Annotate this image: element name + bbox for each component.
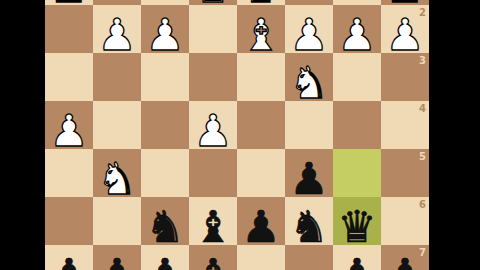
chessboard-screenshot: 234567♜♛♚♜♟♟♟♝♟♟♞♟♟♞♟♛♞♟♝♞♟♟♝♟♟♟♜♚♜ (0, 0, 480, 270)
square-c4[interactable] (285, 101, 333, 149)
black-pawn-h7[interactable]: ♟ (45, 245, 93, 270)
square-d4[interactable] (237, 101, 285, 149)
white-pawn-f2[interactable]: ♟ (141, 5, 189, 59)
black-knight-f6[interactable]: ♞ (141, 197, 189, 251)
rank-label-5: 5 (412, 151, 426, 162)
square-g4[interactable] (93, 101, 141, 149)
white-knight-c3[interactable]: ♞ (285, 53, 333, 107)
square-h2[interactable] (45, 5, 93, 53)
square-b4[interactable] (333, 101, 381, 149)
square-f4[interactable] (141, 101, 189, 149)
square-e3[interactable] (189, 53, 237, 101)
square-h6[interactable] (45, 197, 93, 245)
white-knight-g5[interactable]: ♞ (93, 149, 141, 203)
rank-label-6: 6 (412, 199, 426, 210)
square-e5[interactable] (189, 149, 237, 197)
square-h3[interactable] (45, 53, 93, 101)
black-bishop-e6[interactable]: ♝ (189, 197, 237, 251)
square-e2[interactable] (189, 5, 237, 53)
white-rook-h1[interactable]: ♜ (45, 0, 93, 11)
square-d3[interactable] (237, 53, 285, 101)
white-pawn-c2[interactable]: ♟ (285, 5, 333, 59)
white-pawn-h4[interactable]: ♟ (45, 101, 93, 155)
square-g3[interactable] (93, 53, 141, 101)
square-g6[interactable] (93, 197, 141, 245)
white-bishop-d2[interactable]: ♝ (237, 5, 285, 59)
black-queen-b6[interactable]: ♛ (333, 197, 381, 251)
square-b5[interactable] (333, 149, 381, 197)
black-pawn-g7[interactable]: ♟ (93, 245, 141, 270)
white-pawn-a2[interactable]: ♟ (381, 5, 429, 59)
white-pawn-e4[interactable]: ♟ (189, 101, 237, 155)
square-d5[interactable] (237, 149, 285, 197)
black-pawn-f7[interactable]: ♟ (141, 245, 189, 270)
black-bishop-e7[interactable]: ♝ (189, 245, 237, 270)
square-b3[interactable] (333, 53, 381, 101)
white-pawn-g2[interactable]: ♟ (93, 5, 141, 59)
square-h5[interactable] (45, 149, 93, 197)
chess-board: 234567♜♛♚♜♟♟♟♝♟♟♞♟♟♞♟♛♞♟♝♞♟♟♝♟♟♟♜♚♜ (45, 0, 429, 270)
black-knight-c6[interactable]: ♞ (285, 197, 333, 251)
square-f3[interactable] (141, 53, 189, 101)
black-pawn-b7[interactable]: ♟ (333, 245, 381, 270)
black-pawn-c5[interactable]: ♟ (285, 149, 333, 203)
black-pawn-a7[interactable]: ♟ (381, 245, 429, 270)
rank-label-4: 4 (412, 103, 426, 114)
square-f5[interactable] (141, 149, 189, 197)
black-pawn-d6[interactable]: ♟ (237, 197, 285, 251)
white-pawn-b2[interactable]: ♟ (333, 5, 381, 59)
white-king-e1[interactable]: ♚ (189, 0, 237, 11)
